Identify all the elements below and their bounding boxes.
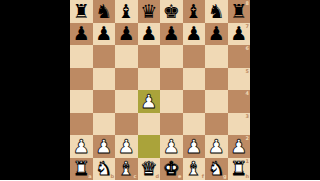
rank-label-8: 8 <box>246 1 249 6</box>
square-g6[interactable] <box>205 45 228 68</box>
square-f1[interactable]: ♝f <box>183 158 206 181</box>
file-label-g: g <box>223 174 227 179</box>
white-pawn: ♟ <box>183 135 206 158</box>
square-d7[interactable]: ♟ <box>138 23 161 46</box>
square-a3[interactable] <box>70 113 93 136</box>
square-f4[interactable] <box>183 90 206 113</box>
file-label-h: h <box>245 174 249 179</box>
square-f3[interactable] <box>183 113 206 136</box>
black-pawn: ♟ <box>205 23 228 46</box>
file-label-e: e <box>178 174 181 179</box>
square-h1[interactable]: ♜1h <box>228 158 251 181</box>
square-h8[interactable]: ♜8 <box>228 0 251 23</box>
square-g5[interactable] <box>205 68 228 91</box>
square-d1[interactable]: ♛d <box>138 158 161 181</box>
black-queen: ♛ <box>138 0 161 23</box>
square-c8[interactable]: ♝ <box>115 0 138 23</box>
square-c3[interactable] <box>115 113 138 136</box>
app-background: ♜♞♝♛♚♝♞♜8♟♟♟♟♟♟♟♟765♟43♟♟♟♟♟♟♟2♜a♞b♝c♛d♚… <box>0 0 320 180</box>
chess-board: ♜♞♝♛♚♝♞♜8♟♟♟♟♟♟♟♟765♟43♟♟♟♟♟♟♟2♜a♞b♝c♛d♚… <box>70 0 250 180</box>
rank-label-5: 5 <box>246 69 249 74</box>
black-pawn: ♟ <box>93 23 116 46</box>
square-f7[interactable]: ♟ <box>183 23 206 46</box>
square-f2[interactable]: ♟ <box>183 135 206 158</box>
square-g7[interactable]: ♟ <box>205 23 228 46</box>
square-c5[interactable] <box>115 68 138 91</box>
square-c4[interactable] <box>115 90 138 113</box>
square-g8[interactable]: ♞ <box>205 0 228 23</box>
square-e1[interactable]: ♚e <box>160 158 183 181</box>
black-bishop: ♝ <box>183 0 206 23</box>
black-pawn: ♟ <box>138 23 161 46</box>
square-h7[interactable]: ♟7 <box>228 23 251 46</box>
square-h4[interactable]: 4 <box>228 90 251 113</box>
rank-label-7: 7 <box>246 24 249 29</box>
square-a5[interactable] <box>70 68 93 91</box>
square-f5[interactable] <box>183 68 206 91</box>
square-e8[interactable]: ♚ <box>160 0 183 23</box>
white-pawn: ♟ <box>160 135 183 158</box>
rank-label-1: 1 <box>246 159 249 164</box>
square-a1[interactable]: ♜a <box>70 158 93 181</box>
square-b7[interactable]: ♟ <box>93 23 116 46</box>
white-pawn: ♟ <box>70 135 93 158</box>
square-c2[interactable]: ♟ <box>115 135 138 158</box>
white-pawn: ♟ <box>138 90 161 113</box>
square-a4[interactable] <box>70 90 93 113</box>
square-g4[interactable] <box>205 90 228 113</box>
black-knight: ♞ <box>93 0 116 23</box>
square-d6[interactable] <box>138 45 161 68</box>
file-label-c: c <box>134 174 137 179</box>
black-pawn: ♟ <box>70 23 93 46</box>
square-a2[interactable]: ♟ <box>70 135 93 158</box>
square-e3[interactable] <box>160 113 183 136</box>
white-pawn: ♟ <box>93 135 116 158</box>
rank-label-3: 3 <box>246 114 249 119</box>
square-h6[interactable]: 6 <box>228 45 251 68</box>
file-label-d: d <box>155 174 159 179</box>
white-pawn: ♟ <box>205 135 228 158</box>
square-e5[interactable] <box>160 68 183 91</box>
square-b5[interactable] <box>93 68 116 91</box>
square-b2[interactable]: ♟ <box>93 135 116 158</box>
square-d8[interactable]: ♛ <box>138 0 161 23</box>
square-e2[interactable]: ♟ <box>160 135 183 158</box>
square-d3[interactable] <box>138 113 161 136</box>
square-d2[interactable] <box>138 135 161 158</box>
square-a6[interactable] <box>70 45 93 68</box>
rank-label-2: 2 <box>246 136 249 141</box>
black-bishop: ♝ <box>115 0 138 23</box>
black-pawn: ♟ <box>183 23 206 46</box>
square-f8[interactable]: ♝ <box>183 0 206 23</box>
square-b1[interactable]: ♞b <box>93 158 116 181</box>
square-e6[interactable] <box>160 45 183 68</box>
square-b4[interactable] <box>93 90 116 113</box>
square-b6[interactable] <box>93 45 116 68</box>
square-c7[interactable]: ♟ <box>115 23 138 46</box>
black-pawn: ♟ <box>115 23 138 46</box>
black-king: ♚ <box>160 0 183 23</box>
black-pawn: ♟ <box>160 23 183 46</box>
square-d4[interactable]: ♟ <box>138 90 161 113</box>
file-label-f: f <box>202 174 204 179</box>
square-a7[interactable]: ♟ <box>70 23 93 46</box>
square-d5[interactable] <box>138 68 161 91</box>
black-rook: ♜ <box>70 0 93 23</box>
square-f6[interactable] <box>183 45 206 68</box>
square-c6[interactable] <box>115 45 138 68</box>
file-label-a: a <box>88 174 91 179</box>
file-label-b: b <box>110 174 114 179</box>
square-a8[interactable]: ♜ <box>70 0 93 23</box>
rank-label-4: 4 <box>246 91 249 96</box>
rank-label-6: 6 <box>246 46 249 51</box>
square-e4[interactable] <box>160 90 183 113</box>
square-g2[interactable]: ♟ <box>205 135 228 158</box>
white-pawn: ♟ <box>115 135 138 158</box>
square-h5[interactable]: 5 <box>228 68 251 91</box>
square-h3[interactable]: 3 <box>228 113 251 136</box>
square-g1[interactable]: ♞g <box>205 158 228 181</box>
square-e7[interactable]: ♟ <box>160 23 183 46</box>
square-h2[interactable]: ♟2 <box>228 135 251 158</box>
square-c1[interactable]: ♝c <box>115 158 138 181</box>
square-g3[interactable] <box>205 113 228 136</box>
black-knight: ♞ <box>205 0 228 23</box>
square-b3[interactable] <box>93 113 116 136</box>
square-b8[interactable]: ♞ <box>93 0 116 23</box>
